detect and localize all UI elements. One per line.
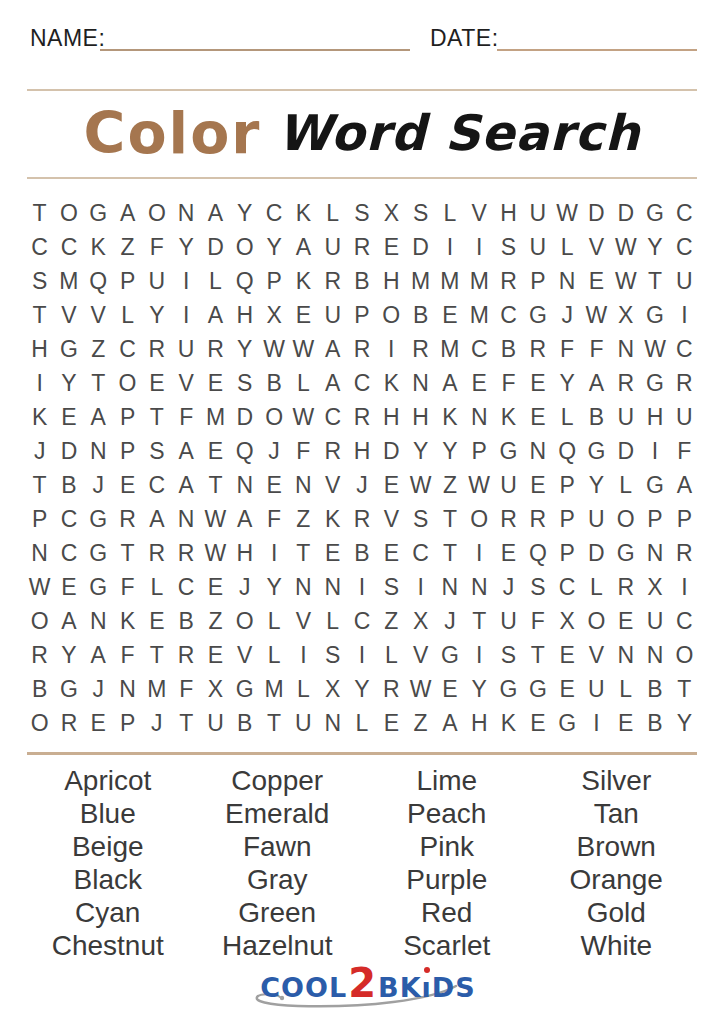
grid-cell-r11c21[interactable]: G: [611, 536, 640, 570]
grid-cell-r9c21[interactable]: L: [611, 468, 640, 502]
grid-cell-r13c13[interactable]: Z: [377, 604, 406, 638]
grid-cell-r16c1[interactable]: O: [25, 706, 54, 740]
grid-cell-r7c13[interactable]: H: [377, 400, 406, 434]
grid-cell-r7c8[interactable]: D: [230, 400, 259, 434]
grid-cell-r8c13[interactable]: D: [377, 434, 406, 468]
grid-cell-r5c8[interactable]: Y: [230, 332, 259, 366]
grid-cell-r6c10[interactable]: L: [289, 366, 318, 400]
grid-cell-r3c14[interactable]: M: [406, 264, 435, 298]
grid-cell-r2c6[interactable]: Y: [172, 230, 201, 264]
grid-cell-r4c19[interactable]: J: [552, 298, 581, 332]
grid-cell-r7c19[interactable]: L: [552, 400, 581, 434]
grid-cell-r8c3[interactable]: N: [84, 434, 113, 468]
grid-cell-r1c6[interactable]: N: [172, 196, 201, 230]
grid-cell-r15c18[interactable]: G: [523, 672, 552, 706]
grid-cell-r16c20[interactable]: I: [582, 706, 611, 740]
grid-cell-r6c22[interactable]: G: [640, 366, 669, 400]
grid-cell-r5c22[interactable]: W: [640, 332, 669, 366]
grid-cell-r7c18[interactable]: E: [523, 400, 552, 434]
grid-cell-r7c11[interactable]: C: [318, 400, 347, 434]
grid-cell-r14c3[interactable]: A: [84, 638, 113, 672]
grid-cell-r13c19[interactable]: X: [552, 604, 581, 638]
grid-cell-r11c6[interactable]: R: [172, 536, 201, 570]
grid-cell-r13c14[interactable]: X: [406, 604, 435, 638]
grid-cell-r4c9[interactable]: X: [259, 298, 288, 332]
grid-cell-r15c4[interactable]: N: [113, 672, 142, 706]
name-input-line[interactable]: [100, 49, 410, 51]
grid-cell-r7c23[interactable]: U: [670, 400, 699, 434]
grid-cell-r4c8[interactable]: H: [230, 298, 259, 332]
grid-cell-r11c17[interactable]: E: [494, 536, 523, 570]
grid-cell-r12c16[interactable]: N: [465, 570, 494, 604]
grid-cell-r9c17[interactable]: U: [494, 468, 523, 502]
grid-cell-r1c14[interactable]: S: [406, 196, 435, 230]
grid-cell-r11c23[interactable]: R: [670, 536, 699, 570]
grid-cell-r16c15[interactable]: A: [435, 706, 464, 740]
grid-cell-r10c22[interactable]: P: [640, 502, 669, 536]
grid-cell-r7c14[interactable]: H: [406, 400, 435, 434]
grid-cell-r3c16[interactable]: M: [465, 264, 494, 298]
grid-cell-r2c9[interactable]: Y: [259, 230, 288, 264]
grid-cell-r9c3[interactable]: J: [84, 468, 113, 502]
grid-cell-r4c20[interactable]: W: [582, 298, 611, 332]
grid-cell-r3c3[interactable]: Q: [84, 264, 113, 298]
grid-cell-r6c19[interactable]: Y: [552, 366, 581, 400]
grid-cell-r2c19[interactable]: L: [552, 230, 581, 264]
grid-cell-r16c21[interactable]: E: [611, 706, 640, 740]
grid-cell-r15c9[interactable]: M: [259, 672, 288, 706]
grid-cell-r12c23[interactable]: I: [670, 570, 699, 604]
grid-cell-r16c7[interactable]: U: [201, 706, 230, 740]
grid-cell-r14c20[interactable]: V: [582, 638, 611, 672]
grid-cell-r15c23[interactable]: T: [670, 672, 699, 706]
grid-cell-r12c11[interactable]: N: [318, 570, 347, 604]
grid-cell-r15c21[interactable]: L: [611, 672, 640, 706]
grid-cell-r8c1[interactable]: J: [25, 434, 54, 468]
grid-cell-r8c12[interactable]: H: [347, 434, 376, 468]
grid-cell-r3c7[interactable]: L: [201, 264, 230, 298]
grid-cell-r5c9[interactable]: W: [259, 332, 288, 366]
grid-cell-r11c1[interactable]: N: [25, 536, 54, 570]
grid-cell-r5c1[interactable]: H: [25, 332, 54, 366]
grid-cell-r3c8[interactable]: Q: [230, 264, 259, 298]
grid-cell-r13c7[interactable]: Z: [201, 604, 230, 638]
grid-cell-r13c22[interactable]: U: [640, 604, 669, 638]
grid-cell-r11c8[interactable]: H: [230, 536, 259, 570]
grid-cell-r3c18[interactable]: P: [523, 264, 552, 298]
grid-cell-r9c4[interactable]: E: [113, 468, 142, 502]
grid-cell-r10c6[interactable]: N: [172, 502, 201, 536]
grid-cell-r13c23[interactable]: C: [670, 604, 699, 638]
grid-cell-r12c2[interactable]: E: [54, 570, 83, 604]
grid-cell-r12c8[interactable]: J: [230, 570, 259, 604]
grid-cell-r15c17[interactable]: G: [494, 672, 523, 706]
grid-cell-r9c6[interactable]: A: [172, 468, 201, 502]
grid-cell-r3c6[interactable]: I: [172, 264, 201, 298]
grid-cell-r4c14[interactable]: B: [406, 298, 435, 332]
grid-cell-r15c10[interactable]: L: [289, 672, 318, 706]
grid-cell-r1c7[interactable]: A: [201, 196, 230, 230]
grid-cell-r12c13[interactable]: S: [377, 570, 406, 604]
grid-cell-r16c4[interactable]: P: [113, 706, 142, 740]
grid-cell-r12c14[interactable]: I: [406, 570, 435, 604]
grid-cell-r10c8[interactable]: A: [230, 502, 259, 536]
grid-cell-r8c6[interactable]: A: [172, 434, 201, 468]
grid-cell-r6c8[interactable]: S: [230, 366, 259, 400]
grid-cell-r14c15[interactable]: G: [435, 638, 464, 672]
grid-cell-r4c10[interactable]: E: [289, 298, 318, 332]
grid-cell-r9c10[interactable]: N: [289, 468, 318, 502]
grid-cell-r12c12[interactable]: I: [347, 570, 376, 604]
grid-cell-r7c10[interactable]: W: [289, 400, 318, 434]
grid-cell-r16c5[interactable]: J: [142, 706, 171, 740]
grid-cell-r6c13[interactable]: K: [377, 366, 406, 400]
grid-cell-r14c12[interactable]: I: [347, 638, 376, 672]
grid-cell-r10c16[interactable]: O: [465, 502, 494, 536]
grid-cell-r8c2[interactable]: D: [54, 434, 83, 468]
grid-cell-r2c17[interactable]: S: [494, 230, 523, 264]
grid-cell-r11c7[interactable]: W: [201, 536, 230, 570]
grid-cell-r11c14[interactable]: C: [406, 536, 435, 570]
grid-cell-r1c20[interactable]: D: [582, 196, 611, 230]
grid-cell-r10c21[interactable]: O: [611, 502, 640, 536]
grid-cell-r4c7[interactable]: A: [201, 298, 230, 332]
grid-cell-r11c15[interactable]: T: [435, 536, 464, 570]
grid-cell-r5c4[interactable]: C: [113, 332, 142, 366]
grid-cell-r9c13[interactable]: E: [377, 468, 406, 502]
grid-cell-r12c10[interactable]: N: [289, 570, 318, 604]
grid-cell-r10c4[interactable]: R: [113, 502, 142, 536]
grid-cell-r13c21[interactable]: E: [611, 604, 640, 638]
grid-cell-r2c2[interactable]: C: [54, 230, 83, 264]
grid-cell-r1c23[interactable]: C: [670, 196, 699, 230]
grid-cell-r11c9[interactable]: I: [259, 536, 288, 570]
grid-cell-r16c14[interactable]: Z: [406, 706, 435, 740]
grid-cell-r9c22[interactable]: G: [640, 468, 669, 502]
grid-cell-r10c9[interactable]: F: [259, 502, 288, 536]
grid-cell-r9c1[interactable]: T: [25, 468, 54, 502]
grid-cell-r13c18[interactable]: F: [523, 604, 552, 638]
grid-cell-r16c8[interactable]: B: [230, 706, 259, 740]
grid-cell-r6c17[interactable]: F: [494, 366, 523, 400]
grid-cell-r13c8[interactable]: O: [230, 604, 259, 638]
grid-cell-r11c12[interactable]: B: [347, 536, 376, 570]
grid-cell-r6c5[interactable]: E: [142, 366, 171, 400]
grid-cell-r2c21[interactable]: W: [611, 230, 640, 264]
grid-cell-r2c11[interactable]: U: [318, 230, 347, 264]
grid-cell-r15c22[interactable]: B: [640, 672, 669, 706]
grid-cell-r2c8[interactable]: O: [230, 230, 259, 264]
grid-cell-r2c3[interactable]: K: [84, 230, 113, 264]
grid-cell-r15c16[interactable]: Y: [465, 672, 494, 706]
grid-cell-r10c3[interactable]: G: [84, 502, 113, 536]
grid-cell-r14c17[interactable]: S: [494, 638, 523, 672]
grid-cell-r5c14[interactable]: R: [406, 332, 435, 366]
grid-cell-r2c23[interactable]: C: [670, 230, 699, 264]
grid-cell-r3c23[interactable]: U: [670, 264, 699, 298]
grid-cell-r10c14[interactable]: S: [406, 502, 435, 536]
grid-cell-r11c19[interactable]: P: [552, 536, 581, 570]
grid-cell-r16c23[interactable]: Y: [670, 706, 699, 740]
grid-cell-r3c11[interactable]: R: [318, 264, 347, 298]
grid-cell-r3c9[interactable]: P: [259, 264, 288, 298]
grid-cell-r14c21[interactable]: N: [611, 638, 640, 672]
grid-cell-r14c10[interactable]: I: [289, 638, 318, 672]
grid-cell-r2c13[interactable]: E: [377, 230, 406, 264]
grid-cell-r6c20[interactable]: A: [582, 366, 611, 400]
grid-cell-r12c3[interactable]: G: [84, 570, 113, 604]
grid-cell-r11c18[interactable]: Q: [523, 536, 552, 570]
grid-cell-r7c17[interactable]: K: [494, 400, 523, 434]
grid-cell-r16c10[interactable]: U: [289, 706, 318, 740]
grid-cell-r12c1[interactable]: W: [25, 570, 54, 604]
grid-cell-r13c6[interactable]: B: [172, 604, 201, 638]
grid-cell-r8c18[interactable]: N: [523, 434, 552, 468]
grid-cell-r16c9[interactable]: T: [259, 706, 288, 740]
grid-cell-r8c5[interactable]: S: [142, 434, 171, 468]
grid-cell-r8c22[interactable]: I: [640, 434, 669, 468]
grid-cell-r5c10[interactable]: W: [289, 332, 318, 366]
grid-cell-r8c17[interactable]: G: [494, 434, 523, 468]
grid-cell-r13c17[interactable]: U: [494, 604, 523, 638]
grid-cell-r2c22[interactable]: Y: [640, 230, 669, 264]
grid-cell-r9c16[interactable]: W: [465, 468, 494, 502]
grid-cell-r3c22[interactable]: T: [640, 264, 669, 298]
grid-cell-r10c11[interactable]: K: [318, 502, 347, 536]
grid-cell-r6c1[interactable]: I: [25, 366, 54, 400]
grid-cell-r7c9[interactable]: O: [259, 400, 288, 434]
grid-cell-r1c16[interactable]: V: [465, 196, 494, 230]
grid-cell-r6c11[interactable]: A: [318, 366, 347, 400]
grid-cell-r6c3[interactable]: T: [84, 366, 113, 400]
grid-cell-r13c2[interactable]: A: [54, 604, 83, 638]
grid-cell-r6c7[interactable]: E: [201, 366, 230, 400]
grid-cell-r1c9[interactable]: C: [259, 196, 288, 230]
grid-cell-r11c2[interactable]: C: [54, 536, 83, 570]
grid-cell-r2c12[interactable]: R: [347, 230, 376, 264]
grid-cell-r15c13[interactable]: R: [377, 672, 406, 706]
grid-cell-r1c4[interactable]: A: [113, 196, 142, 230]
grid-cell-r5c7[interactable]: R: [201, 332, 230, 366]
grid-cell-r4c2[interactable]: V: [54, 298, 83, 332]
grid-cell-r13c12[interactable]: C: [347, 604, 376, 638]
grid-cell-r2c1[interactable]: C: [25, 230, 54, 264]
grid-cell-r2c10[interactable]: A: [289, 230, 318, 264]
grid-cell-r5c18[interactable]: R: [523, 332, 552, 366]
grid-cell-r1c10[interactable]: K: [289, 196, 318, 230]
grid-cell-r15c11[interactable]: X: [318, 672, 347, 706]
grid-cell-r8c9[interactable]: J: [259, 434, 288, 468]
grid-cell-r8c8[interactable]: Q: [230, 434, 259, 468]
grid-cell-r1c19[interactable]: W: [552, 196, 581, 230]
grid-cell-r1c15[interactable]: L: [435, 196, 464, 230]
grid-cell-r7c7[interactable]: M: [201, 400, 230, 434]
grid-cell-r5c13[interactable]: I: [377, 332, 406, 366]
grid-cell-r15c7[interactable]: X: [201, 672, 230, 706]
grid-cell-r14c18[interactable]: T: [523, 638, 552, 672]
grid-cell-r6c14[interactable]: N: [406, 366, 435, 400]
grid-cell-r8c20[interactable]: G: [582, 434, 611, 468]
grid-cell-r11c5[interactable]: R: [142, 536, 171, 570]
grid-cell-r7c20[interactable]: B: [582, 400, 611, 434]
grid-cell-r2c5[interactable]: F: [142, 230, 171, 264]
grid-cell-r3c20[interactable]: E: [582, 264, 611, 298]
grid-cell-r1c3[interactable]: G: [84, 196, 113, 230]
grid-cell-r16c17[interactable]: K: [494, 706, 523, 740]
grid-cell-r5c15[interactable]: M: [435, 332, 464, 366]
grid-cell-r1c11[interactable]: L: [318, 196, 347, 230]
grid-cell-r12c4[interactable]: F: [113, 570, 142, 604]
grid-cell-r14c2[interactable]: Y: [54, 638, 83, 672]
grid-cell-r6c15[interactable]: A: [435, 366, 464, 400]
grid-cell-r3c4[interactable]: P: [113, 264, 142, 298]
grid-cell-r14c5[interactable]: T: [142, 638, 171, 672]
grid-cell-r5c3[interactable]: Z: [84, 332, 113, 366]
grid-cell-r15c1[interactable]: B: [25, 672, 54, 706]
grid-cell-r13c10[interactable]: V: [289, 604, 318, 638]
grid-cell-r1c18[interactable]: U: [523, 196, 552, 230]
grid-cell-r15c14[interactable]: W: [406, 672, 435, 706]
grid-cell-r15c5[interactable]: M: [142, 672, 171, 706]
grid-cell-r14c16[interactable]: I: [465, 638, 494, 672]
grid-cell-r9c20[interactable]: Y: [582, 468, 611, 502]
grid-cell-r1c13[interactable]: X: [377, 196, 406, 230]
grid-cell-r9c2[interactable]: B: [54, 468, 83, 502]
grid-cell-r16c11[interactable]: N: [318, 706, 347, 740]
grid-cell-r16c22[interactable]: B: [640, 706, 669, 740]
grid-cell-r9c19[interactable]: P: [552, 468, 581, 502]
grid-cell-r1c17[interactable]: H: [494, 196, 523, 230]
grid-cell-r13c3[interactable]: N: [84, 604, 113, 638]
grid-cell-r1c21[interactable]: D: [611, 196, 640, 230]
grid-cell-r15c19[interactable]: E: [552, 672, 581, 706]
grid-cell-r10c7[interactable]: W: [201, 502, 230, 536]
grid-cell-r12c20[interactable]: L: [582, 570, 611, 604]
grid-cell-r1c22[interactable]: G: [640, 196, 669, 230]
grid-cell-r13c11[interactable]: L: [318, 604, 347, 638]
grid-cell-r10c10[interactable]: Z: [289, 502, 318, 536]
grid-cell-r4c22[interactable]: G: [640, 298, 669, 332]
grid-cell-r4c13[interactable]: O: [377, 298, 406, 332]
grid-cell-r1c12[interactable]: S: [347, 196, 376, 230]
grid-cell-r3c17[interactable]: R: [494, 264, 523, 298]
grid-cell-r3c2[interactable]: M: [54, 264, 83, 298]
grid-cell-r14c11[interactable]: S: [318, 638, 347, 672]
grid-cell-r8c15[interactable]: Y: [435, 434, 464, 468]
grid-cell-r15c12[interactable]: Y: [347, 672, 376, 706]
grid-cell-r6c23[interactable]: R: [670, 366, 699, 400]
grid-cell-r6c21[interactable]: R: [611, 366, 640, 400]
grid-cell-r4c3[interactable]: V: [84, 298, 113, 332]
grid-cell-r2c16[interactable]: I: [465, 230, 494, 264]
grid-cell-r7c6[interactable]: F: [172, 400, 201, 434]
grid-cell-r10c13[interactable]: V: [377, 502, 406, 536]
grid-cell-r3c13[interactable]: H: [377, 264, 406, 298]
grid-cell-r15c3[interactable]: J: [84, 672, 113, 706]
grid-cell-r10c20[interactable]: U: [582, 502, 611, 536]
grid-cell-r4c23[interactable]: I: [670, 298, 699, 332]
grid-cell-r4c17[interactable]: C: [494, 298, 523, 332]
grid-cell-r4c12[interactable]: P: [347, 298, 376, 332]
grid-cell-r8c14[interactable]: Y: [406, 434, 435, 468]
grid-cell-r6c9[interactable]: B: [259, 366, 288, 400]
grid-cell-r7c22[interactable]: H: [640, 400, 669, 434]
grid-cell-r7c2[interactable]: E: [54, 400, 83, 434]
grid-cell-r5c11[interactable]: A: [318, 332, 347, 366]
grid-cell-r12c9[interactable]: Y: [259, 570, 288, 604]
grid-cell-r9c15[interactable]: Z: [435, 468, 464, 502]
grid-cell-r12c6[interactable]: C: [172, 570, 201, 604]
grid-cell-r13c9[interactable]: L: [259, 604, 288, 638]
grid-cell-r15c6[interactable]: F: [172, 672, 201, 706]
grid-cell-r4c5[interactable]: Y: [142, 298, 171, 332]
grid-cell-r9c9[interactable]: E: [259, 468, 288, 502]
grid-cell-r8c10[interactable]: F: [289, 434, 318, 468]
grid-cell-r14c23[interactable]: O: [670, 638, 699, 672]
grid-cell-r7c16[interactable]: N: [465, 400, 494, 434]
grid-cell-r8c4[interactable]: P: [113, 434, 142, 468]
grid-cell-r11c10[interactable]: T: [289, 536, 318, 570]
grid-cell-r9c11[interactable]: V: [318, 468, 347, 502]
grid-cell-r11c16[interactable]: I: [465, 536, 494, 570]
grid-cell-r1c1[interactable]: T: [25, 196, 54, 230]
grid-cell-r10c18[interactable]: R: [523, 502, 552, 536]
grid-cell-r14c19[interactable]: E: [552, 638, 581, 672]
grid-cell-r12c15[interactable]: N: [435, 570, 464, 604]
grid-cell-r11c4[interactable]: T: [113, 536, 142, 570]
grid-cell-r14c7[interactable]: E: [201, 638, 230, 672]
grid-cell-r9c23[interactable]: A: [670, 468, 699, 502]
grid-cell-r5c23[interactable]: C: [670, 332, 699, 366]
grid-cell-r8c19[interactable]: Q: [552, 434, 581, 468]
grid-cell-r9c12[interactable]: J: [347, 468, 376, 502]
grid-cell-r12c22[interactable]: X: [640, 570, 669, 604]
grid-cell-r1c2[interactable]: O: [54, 196, 83, 230]
grid-cell-r12c7[interactable]: E: [201, 570, 230, 604]
grid-cell-r3c5[interactable]: U: [142, 264, 171, 298]
grid-cell-r11c22[interactable]: N: [640, 536, 669, 570]
grid-cell-r10c17[interactable]: R: [494, 502, 523, 536]
grid-cell-r2c7[interactable]: D: [201, 230, 230, 264]
grid-cell-r15c2[interactable]: G: [54, 672, 83, 706]
grid-cell-r2c20[interactable]: V: [582, 230, 611, 264]
grid-cell-r3c15[interactable]: M: [435, 264, 464, 298]
grid-cell-r4c16[interactable]: M: [465, 298, 494, 332]
grid-cell-r16c6[interactable]: T: [172, 706, 201, 740]
grid-cell-r10c15[interactable]: T: [435, 502, 464, 536]
grid-cell-r14c22[interactable]: N: [640, 638, 669, 672]
grid-cell-r10c5[interactable]: A: [142, 502, 171, 536]
grid-cell-r11c11[interactable]: E: [318, 536, 347, 570]
grid-cell-r5c21[interactable]: N: [611, 332, 640, 366]
grid-cell-r6c16[interactable]: E: [465, 366, 494, 400]
grid-cell-r16c19[interactable]: G: [552, 706, 581, 740]
grid-cell-r11c13[interactable]: E: [377, 536, 406, 570]
grid-cell-r5c5[interactable]: R: [142, 332, 171, 366]
grid-cell-r4c21[interactable]: X: [611, 298, 640, 332]
grid-cell-r7c1[interactable]: K: [25, 400, 54, 434]
grid-cell-r4c18[interactable]: G: [523, 298, 552, 332]
grid-cell-r7c5[interactable]: T: [142, 400, 171, 434]
grid-cell-r14c9[interactable]: L: [259, 638, 288, 672]
grid-cell-r15c20[interactable]: U: [582, 672, 611, 706]
grid-cell-r12c19[interactable]: C: [552, 570, 581, 604]
grid-cell-r5c2[interactable]: G: [54, 332, 83, 366]
grid-cell-r10c2[interactable]: C: [54, 502, 83, 536]
grid-cell-r16c12[interactable]: L: [347, 706, 376, 740]
grid-cell-r9c8[interactable]: N: [230, 468, 259, 502]
grid-cell-r9c5[interactable]: C: [142, 468, 171, 502]
